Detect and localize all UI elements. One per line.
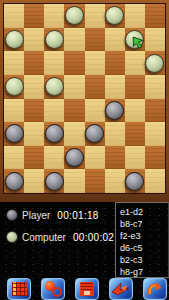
save-button[interactable] <box>75 278 99 300</box>
board-grid-icon <box>12 282 27 296</box>
square-a2[interactable] <box>4 146 24 170</box>
square-c2[interactable] <box>44 146 64 170</box>
dark-piece-e3[interactable] <box>85 124 104 143</box>
square-e3[interactable] <box>85 122 105 146</box>
player-piece-icon <box>6 209 18 221</box>
square-b6[interactable] <box>24 51 44 75</box>
square-f3[interactable] <box>105 122 125 146</box>
computer-row: Computer 00:00:02 <box>6 230 114 244</box>
square-g2[interactable] <box>125 146 145 170</box>
square-a3[interactable] <box>4 122 24 146</box>
square-a7[interactable] <box>4 28 24 52</box>
square-h6[interactable] <box>145 51 165 75</box>
player-label: Player <box>22 210 50 221</box>
square-d1[interactable] <box>64 169 84 193</box>
square-c7[interactable] <box>44 28 64 52</box>
light-piece-f8[interactable] <box>105 6 124 25</box>
square-c3[interactable] <box>44 122 64 146</box>
status-panel: Player 00:01:18 Computer 00:00:02 c7-d6e… <box>0 202 169 300</box>
square-b8[interactable] <box>24 4 44 28</box>
square-d8[interactable] <box>64 4 84 28</box>
light-piece-h6[interactable] <box>145 54 164 73</box>
dark-piece-g1[interactable] <box>125 172 144 191</box>
square-b5[interactable] <box>24 75 44 99</box>
square-g3[interactable] <box>125 122 145 146</box>
move-entry: b2-c3 <box>120 254 168 266</box>
square-e8[interactable] <box>85 4 105 28</box>
toolbar <box>0 277 169 300</box>
move-list[interactable]: c7-d6e1-d2b8-c7f2-e3d6-c5b2-c3h8-g7 <box>115 202 169 278</box>
checkers-board[interactable] <box>4 4 165 193</box>
square-a4[interactable] <box>4 99 24 123</box>
square-f5[interactable] <box>105 75 125 99</box>
computer-piece-icon <box>6 231 18 243</box>
square-d5[interactable] <box>64 75 84 99</box>
dark-piece-a1[interactable] <box>5 172 24 191</box>
square-c6[interactable] <box>44 51 64 75</box>
light-piece-d8[interactable] <box>65 6 84 25</box>
move-entry: d6-c5 <box>120 242 168 254</box>
square-d6[interactable] <box>64 51 84 75</box>
hint-button[interactable] <box>109 278 133 300</box>
square-a1[interactable] <box>4 169 24 193</box>
square-h4[interactable] <box>145 99 165 123</box>
square-g4[interactable] <box>125 99 145 123</box>
square-e6[interactable] <box>85 51 105 75</box>
square-f8[interactable] <box>105 4 125 28</box>
square-a5[interactable] <box>4 75 24 99</box>
square-g5[interactable] <box>125 75 145 99</box>
square-b2[interactable] <box>24 146 44 170</box>
square-f6[interactable] <box>105 51 125 75</box>
square-e5[interactable] <box>85 75 105 99</box>
square-e4[interactable] <box>85 99 105 123</box>
light-piece-a7[interactable] <box>5 30 24 49</box>
square-b7[interactable] <box>24 28 44 52</box>
square-a6[interactable] <box>4 51 24 75</box>
square-h2[interactable] <box>145 146 165 170</box>
square-h3[interactable] <box>145 122 165 146</box>
move-entry: f2-e3 <box>120 230 168 242</box>
square-f1[interactable] <box>105 169 125 193</box>
computer-clock: 00:00:02 <box>73 232 114 243</box>
square-e1[interactable] <box>85 169 105 193</box>
hint-icon <box>112 282 130 296</box>
square-d4[interactable] <box>64 99 84 123</box>
square-g8[interactable] <box>125 4 145 28</box>
player-row: Player 00:01:18 <box>6 208 99 222</box>
undo-arrow-icon <box>147 281 163 297</box>
square-a8[interactable] <box>4 4 24 28</box>
dark-piece-c1[interactable] <box>45 172 64 191</box>
undo-button[interactable] <box>143 278 167 300</box>
dark-piece-d2[interactable] <box>65 148 84 167</box>
move-entry: e1-d2 <box>120 206 168 218</box>
square-d2[interactable] <box>64 146 84 170</box>
square-b3[interactable] <box>24 122 44 146</box>
square-f7[interactable] <box>105 28 125 52</box>
square-b1[interactable] <box>24 169 44 193</box>
board-menu-button[interactable] <box>7 278 31 300</box>
dark-piece-a3[interactable] <box>5 124 24 143</box>
square-c5[interactable] <box>44 75 64 99</box>
square-h7[interactable] <box>145 28 165 52</box>
dark-piece-f4[interactable] <box>105 101 124 120</box>
light-piece-a5[interactable] <box>5 77 24 96</box>
pieces-icon <box>45 281 62 297</box>
checkers-app: Player 00:01:18 Computer 00:00:02 c7-d6e… <box>0 0 169 300</box>
new-game-button[interactable] <box>41 278 65 300</box>
square-h5[interactable] <box>145 75 165 99</box>
move-list-entries: c7-d6e1-d2b8-c7f2-e3d6-c5b2-c3h8-g7 <box>116 202 168 278</box>
square-e2[interactable] <box>85 146 105 170</box>
square-c8[interactable] <box>44 4 64 28</box>
move-entry: b8-c7 <box>120 218 168 230</box>
square-d3[interactable] <box>64 122 84 146</box>
dark-piece-c3[interactable] <box>45 124 64 143</box>
computer-label: Computer <box>22 232 66 243</box>
square-g6[interactable] <box>125 51 145 75</box>
square-g1[interactable] <box>125 169 145 193</box>
square-f4[interactable] <box>105 99 125 123</box>
player-clock: 00:01:18 <box>57 210 98 221</box>
square-c1[interactable] <box>44 169 64 193</box>
board-frame <box>0 0 169 202</box>
square-h1[interactable] <box>145 169 165 193</box>
square-g7[interactable] <box>125 28 145 52</box>
light-piece-c7[interactable] <box>45 30 64 49</box>
square-c4[interactable] <box>44 99 64 123</box>
square-e7[interactable] <box>85 28 105 52</box>
light-piece-c5[interactable] <box>45 77 64 96</box>
save-floppy-icon <box>80 282 94 296</box>
square-b4[interactable] <box>24 99 44 123</box>
square-f2[interactable] <box>105 146 125 170</box>
square-h8[interactable] <box>145 4 165 28</box>
square-d7[interactable] <box>64 28 84 52</box>
